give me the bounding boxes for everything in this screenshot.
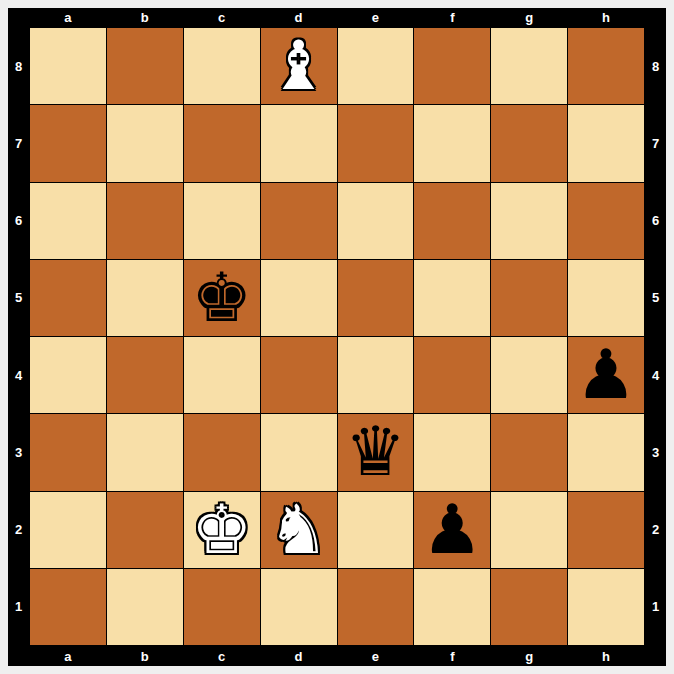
square-c7[interactable] [184, 105, 260, 181]
square-g7[interactable] [491, 105, 567, 181]
square-b6[interactable] [107, 183, 183, 259]
file-label-top-f: f [414, 8, 490, 27]
rank-label-right-4: 4 [645, 337, 666, 413]
file-label-top-b: b [107, 8, 183, 27]
square-a1[interactable] [30, 569, 106, 645]
rank-label-right-1: 1 [645, 569, 666, 645]
file-label-bottom-h: h [568, 646, 644, 666]
rank-label-left-5: 5 [8, 260, 29, 336]
piece-black-king[interactable]: ♚ [191, 264, 252, 332]
rank-label-left-1: 1 [8, 569, 29, 645]
rank-label-left-6: 6 [8, 183, 29, 259]
square-a4[interactable] [30, 337, 106, 413]
square-a3[interactable] [30, 414, 106, 490]
square-f7[interactable] [414, 105, 490, 181]
rank-label-right-3: 3 [645, 414, 666, 490]
square-f3[interactable] [414, 414, 490, 490]
square-h3[interactable] [568, 414, 644, 490]
square-b5[interactable] [107, 260, 183, 336]
square-h8[interactable] [568, 28, 644, 104]
page-background: abcdefgh8♝877665♚54♟43♛32♚♞♟211abcdefgh [0, 0, 674, 674]
square-f8[interactable] [414, 28, 490, 104]
square-f2[interactable]: ♟ [414, 492, 490, 568]
square-h6[interactable] [568, 183, 644, 259]
square-g3[interactable] [491, 414, 567, 490]
square-f1[interactable] [414, 569, 490, 645]
file-label-bottom-c: c [184, 646, 260, 666]
square-e1[interactable] [338, 569, 414, 645]
square-e6[interactable] [338, 183, 414, 259]
rank-label-right-7: 7 [645, 105, 666, 181]
square-b8[interactable] [107, 28, 183, 104]
square-g5[interactable] [491, 260, 567, 336]
square-b7[interactable] [107, 105, 183, 181]
square-c2[interactable]: ♚ [184, 492, 260, 568]
square-c3[interactable] [184, 414, 260, 490]
frame-corner [645, 646, 666, 666]
rank-label-left-8: 8 [8, 28, 29, 104]
square-g2[interactable] [491, 492, 567, 568]
frame-corner [8, 8, 29, 27]
square-e2[interactable] [338, 492, 414, 568]
square-c4[interactable] [184, 337, 260, 413]
square-f6[interactable] [414, 183, 490, 259]
rank-label-left-4: 4 [8, 337, 29, 413]
square-h5[interactable] [568, 260, 644, 336]
square-g1[interactable] [491, 569, 567, 645]
file-label-top-a: a [30, 8, 106, 27]
file-label-bottom-d: d [261, 646, 337, 666]
square-h1[interactable] [568, 569, 644, 645]
piece-black-queen[interactable]: ♛ [345, 418, 406, 486]
file-label-top-d: d [261, 8, 337, 27]
square-e7[interactable] [338, 105, 414, 181]
square-b4[interactable] [107, 337, 183, 413]
square-a2[interactable] [30, 492, 106, 568]
file-label-bottom-b: b [107, 646, 183, 666]
piece-white-bishop[interactable]: ♝ [268, 32, 329, 100]
file-label-top-g: g [491, 8, 567, 27]
square-h2[interactable] [568, 492, 644, 568]
square-d4[interactable] [261, 337, 337, 413]
square-e4[interactable] [338, 337, 414, 413]
square-c6[interactable] [184, 183, 260, 259]
rank-label-right-8: 8 [645, 28, 666, 104]
square-d8[interactable]: ♝ [261, 28, 337, 104]
square-f4[interactable] [414, 337, 490, 413]
file-label-bottom-f: f [414, 646, 490, 666]
square-d7[interactable] [261, 105, 337, 181]
square-d1[interactable] [261, 569, 337, 645]
piece-black-pawn[interactable]: ♟ [576, 341, 637, 409]
file-label-top-h: h [568, 8, 644, 27]
square-d6[interactable] [261, 183, 337, 259]
square-h4[interactable]: ♟ [568, 337, 644, 413]
square-h7[interactable] [568, 105, 644, 181]
square-d5[interactable] [261, 260, 337, 336]
frame-corner [8, 646, 29, 666]
square-c1[interactable] [184, 569, 260, 645]
square-e3[interactable]: ♛ [338, 414, 414, 490]
square-a6[interactable] [30, 183, 106, 259]
rank-label-left-2: 2 [8, 492, 29, 568]
chess-board-frame: abcdefgh8♝877665♚54♟43♛32♚♞♟211abcdefgh [8, 8, 666, 666]
square-b3[interactable] [107, 414, 183, 490]
rank-label-left-7: 7 [8, 105, 29, 181]
rank-label-left-3: 3 [8, 414, 29, 490]
square-c8[interactable] [184, 28, 260, 104]
square-g6[interactable] [491, 183, 567, 259]
file-label-bottom-a: a [30, 646, 106, 666]
rank-label-right-2: 2 [645, 492, 666, 568]
frame-corner [645, 8, 666, 27]
rank-label-right-6: 6 [645, 183, 666, 259]
piece-white-knight[interactable]: ♞ [268, 496, 329, 564]
file-label-bottom-e: e [338, 646, 414, 666]
file-label-bottom-g: g [491, 646, 567, 666]
square-e5[interactable] [338, 260, 414, 336]
square-g8[interactable] [491, 28, 567, 104]
square-c5[interactable]: ♚ [184, 260, 260, 336]
square-f5[interactable] [414, 260, 490, 336]
piece-black-pawn[interactable]: ♟ [422, 496, 483, 564]
piece-white-king[interactable]: ♚ [191, 496, 252, 564]
square-d3[interactable] [261, 414, 337, 490]
file-label-top-e: e [338, 8, 414, 27]
square-b1[interactable] [107, 569, 183, 645]
square-b2[interactable] [107, 492, 183, 568]
rank-label-right-5: 5 [645, 260, 666, 336]
square-e8[interactable] [338, 28, 414, 104]
square-g4[interactable] [491, 337, 567, 413]
square-a8[interactable] [30, 28, 106, 104]
file-label-top-c: c [184, 8, 260, 27]
square-a7[interactable] [30, 105, 106, 181]
square-d2[interactable]: ♞ [261, 492, 337, 568]
square-a5[interactable] [30, 260, 106, 336]
